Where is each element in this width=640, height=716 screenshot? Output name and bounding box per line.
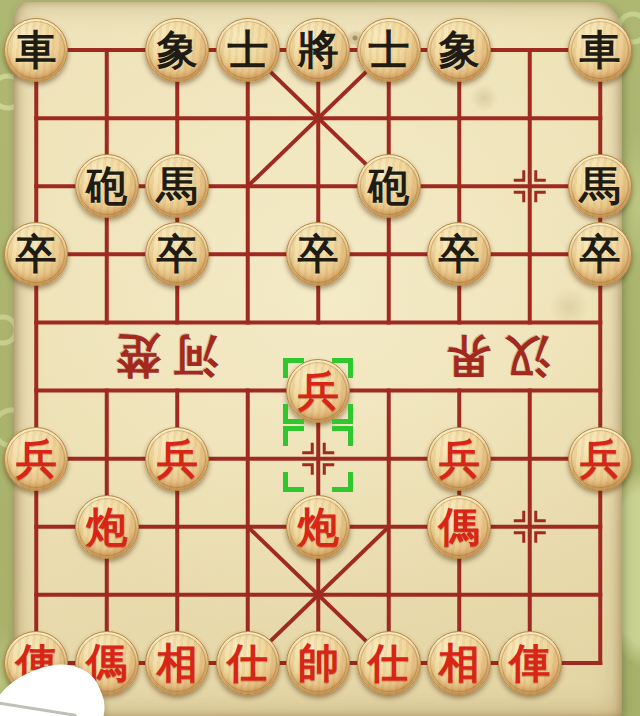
red-cannon[interactable]: 炮 bbox=[286, 495, 350, 559]
intersection[interactable] bbox=[354, 220, 425, 288]
black-horse[interactable]: 馬 bbox=[568, 154, 632, 218]
intersection[interactable] bbox=[1, 152, 72, 220]
intersection[interactable] bbox=[354, 425, 425, 493]
intersection[interactable] bbox=[495, 84, 566, 152]
intersection[interactable] bbox=[424, 561, 495, 629]
intersection[interactable] bbox=[213, 152, 284, 220]
intersection[interactable] bbox=[213, 84, 284, 152]
black-soldier[interactable]: 卒 bbox=[568, 222, 632, 286]
intersection[interactable] bbox=[283, 561, 354, 629]
intersection[interactable] bbox=[213, 561, 284, 629]
intersection[interactable] bbox=[354, 84, 425, 152]
intersection[interactable] bbox=[1, 493, 72, 561]
red-chariot[interactable]: 俥 bbox=[498, 631, 562, 695]
intersection[interactable] bbox=[495, 152, 566, 220]
black-advisor[interactable]: 士 bbox=[216, 18, 280, 82]
intersection[interactable] bbox=[72, 16, 143, 84]
red-advisor[interactable]: 仕 bbox=[357, 631, 421, 695]
intersection[interactable] bbox=[565, 84, 636, 152]
red-soldier[interactable]: 兵 bbox=[4, 427, 68, 491]
red-soldier[interactable]: 兵 bbox=[145, 427, 209, 491]
intersection[interactable] bbox=[213, 493, 284, 561]
intersection[interactable] bbox=[354, 561, 425, 629]
red-cannon[interactable]: 炮 bbox=[75, 495, 139, 559]
intersection[interactable] bbox=[565, 629, 636, 697]
intersection[interactable] bbox=[1, 288, 72, 356]
red-soldier[interactable]: 兵 bbox=[427, 427, 491, 491]
intersection[interactable] bbox=[495, 425, 566, 493]
intersection[interactable] bbox=[283, 425, 354, 493]
red-soldier[interactable]: 兵 bbox=[286, 359, 350, 423]
intersection[interactable] bbox=[565, 288, 636, 356]
red-general[interactable]: 帥 bbox=[286, 631, 350, 695]
intersection[interactable] bbox=[1, 356, 72, 424]
intersection[interactable] bbox=[142, 493, 213, 561]
intersection[interactable] bbox=[142, 561, 213, 629]
red-elephant[interactable]: 相 bbox=[427, 631, 491, 695]
intersection[interactable] bbox=[142, 84, 213, 152]
intersection[interactable] bbox=[495, 220, 566, 288]
black-cannon[interactable]: 砲 bbox=[75, 154, 139, 218]
black-cannon[interactable]: 砲 bbox=[357, 154, 421, 218]
river-text-chuhe: 楚河 bbox=[101, 330, 233, 382]
intersection[interactable] bbox=[354, 288, 425, 356]
river-char: 汉 bbox=[505, 330, 550, 382]
xiangqi-board[interactable]: 楚河 界汉 車象士將士象車砲馬砲馬卒卒卒卒卒兵兵兵兵兵炮炮傌俥傌相仕帥仕相俥 bbox=[1, 16, 636, 697]
red-advisor[interactable]: 仕 bbox=[216, 631, 280, 695]
river-char: 楚 bbox=[116, 330, 161, 382]
intersection[interactable] bbox=[72, 220, 143, 288]
red-soldier[interactable]: 兵 bbox=[568, 427, 632, 491]
red-horse[interactable]: 傌 bbox=[427, 495, 491, 559]
black-chariot[interactable]: 車 bbox=[4, 18, 68, 82]
intersection[interactable] bbox=[495, 493, 566, 561]
intersection[interactable] bbox=[495, 561, 566, 629]
black-soldier[interactable]: 卒 bbox=[4, 222, 68, 286]
intersection[interactable] bbox=[213, 425, 284, 493]
black-elephant[interactable]: 象 bbox=[145, 18, 209, 82]
intersection[interactable] bbox=[283, 152, 354, 220]
intersection[interactable] bbox=[283, 288, 354, 356]
black-elephant[interactable]: 象 bbox=[427, 18, 491, 82]
intersection[interactable] bbox=[283, 84, 354, 152]
black-chariot[interactable]: 車 bbox=[568, 18, 632, 82]
intersection[interactable] bbox=[354, 356, 425, 424]
black-horse[interactable]: 馬 bbox=[145, 154, 209, 218]
river-text-hanjie: 界汉 bbox=[429, 330, 567, 382]
intersection[interactable] bbox=[1, 561, 72, 629]
black-soldier[interactable]: 卒 bbox=[286, 222, 350, 286]
intersection[interactable] bbox=[565, 356, 636, 424]
black-advisor[interactable]: 士 bbox=[357, 18, 421, 82]
intersection[interactable] bbox=[565, 561, 636, 629]
intersection[interactable] bbox=[1, 84, 72, 152]
intersection[interactable] bbox=[565, 493, 636, 561]
app-root: 楚河 界汉 車象士將士象車砲馬砲馬卒卒卒卒卒兵兵兵兵兵炮炮傌俥傌相仕帥仕相俥 bbox=[0, 0, 640, 716]
intersection[interactable] bbox=[354, 493, 425, 561]
red-elephant[interactable]: 相 bbox=[145, 631, 209, 695]
intersection[interactable] bbox=[424, 84, 495, 152]
intersection[interactable] bbox=[213, 220, 284, 288]
black-soldier[interactable]: 卒 bbox=[427, 222, 491, 286]
intersection[interactable] bbox=[72, 425, 143, 493]
river-char: 河 bbox=[173, 330, 218, 382]
river-char: 界 bbox=[446, 330, 491, 382]
black-soldier[interactable]: 卒 bbox=[145, 222, 209, 286]
intersection[interactable] bbox=[72, 561, 143, 629]
intersection[interactable] bbox=[72, 84, 143, 152]
intersection[interactable] bbox=[424, 152, 495, 220]
intersection[interactable] bbox=[495, 16, 566, 84]
black-general[interactable]: 將 bbox=[286, 18, 350, 82]
